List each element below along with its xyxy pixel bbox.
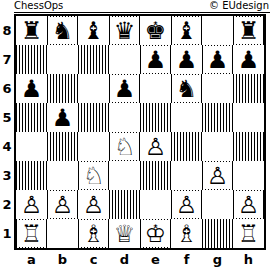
file-label-h: h [233, 250, 264, 268]
square-h8[interactable]: ♜ [233, 16, 264, 45]
file-label-d: d [109, 250, 140, 268]
square-f5[interactable] [171, 103, 202, 132]
square-d2[interactable] [109, 190, 140, 219]
file-label-f: f [171, 250, 202, 268]
rank-label-4: 4 [0, 132, 14, 161]
square-f8[interactable]: ♝ [171, 16, 202, 45]
piece-white-pawn[interactable]: ♙ [18, 191, 46, 218]
piece-white-pawn[interactable]: ♙ [235, 191, 263, 218]
square-g7[interactable]: ♟ [202, 45, 233, 74]
rank-label-3: 3 [0, 161, 14, 190]
square-e3[interactable] [140, 161, 171, 190]
square-b8[interactable]: ♞ [47, 16, 78, 45]
piece-white-pawn[interactable]: ♙ [142, 133, 170, 160]
file-label-b: b [47, 250, 78, 268]
square-b3[interactable] [47, 161, 78, 190]
square-f4[interactable] [171, 132, 202, 161]
square-e2[interactable] [140, 190, 171, 219]
square-a2[interactable]: ♙ [16, 190, 47, 219]
piece-white-knight[interactable]: ♘ [80, 162, 108, 189]
square-e4[interactable]: ♙ [140, 132, 171, 161]
square-b1[interactable] [47, 219, 78, 248]
square-c6[interactable] [78, 74, 109, 103]
square-f7[interactable]: ♟ [171, 45, 202, 74]
piece-white-bishop[interactable]: ♗ [80, 220, 108, 247]
piece-white-pawn[interactable]: ♙ [80, 191, 108, 218]
app-title: ChessOps [14, 0, 63, 11]
square-c4[interactable] [78, 132, 109, 161]
piece-black-pawn[interactable]: ♟ [49, 104, 77, 131]
piece-black-pawn[interactable]: ♟ [204, 46, 232, 73]
square-d5[interactable] [109, 103, 140, 132]
piece-black-pawn[interactable]: ♟ [235, 46, 263, 73]
square-b2[interactable]: ♙ [47, 190, 78, 219]
piece-white-pawn[interactable]: ♙ [173, 191, 201, 218]
square-h3[interactable] [233, 161, 264, 190]
piece-black-pawn[interactable]: ♟ [173, 46, 201, 73]
file-label-a: a [16, 250, 47, 268]
square-g8[interactable] [202, 16, 233, 45]
rank-label-7: 7 [0, 45, 14, 74]
square-b4[interactable] [47, 132, 78, 161]
rank-label-6: 6 [0, 74, 14, 103]
square-h4[interactable] [233, 132, 264, 161]
square-h5[interactable] [233, 103, 264, 132]
piece-black-pawn[interactable]: ♟ [111, 75, 139, 102]
piece-black-pawn[interactable]: ♟ [142, 46, 170, 73]
piece-black-rook[interactable]: ♜ [18, 17, 46, 44]
square-f3[interactable] [171, 161, 202, 190]
square-c3[interactable]: ♘ [78, 161, 109, 190]
square-h2[interactable]: ♙ [233, 190, 264, 219]
piece-black-rook[interactable]: ♜ [235, 17, 263, 44]
square-d3[interactable] [109, 161, 140, 190]
rank-label-8: 8 [0, 16, 14, 45]
square-g6[interactable] [202, 74, 233, 103]
piece-white-knight[interactable]: ♘ [111, 133, 139, 160]
square-e6[interactable] [140, 74, 171, 103]
title-bar: ChessOps © EUdesign [14, 0, 270, 13]
square-g1[interactable] [202, 219, 233, 248]
square-c7[interactable] [78, 45, 109, 74]
square-d4[interactable]: ♘ [109, 132, 140, 161]
rank-label-5: 5 [0, 103, 14, 132]
piece-white-rook[interactable]: ♖ [18, 220, 46, 247]
piece-white-pawn[interactable]: ♙ [49, 191, 77, 218]
square-b5[interactable]: ♟ [47, 103, 78, 132]
copyright-text: © EUdesign [209, 0, 270, 11]
piece-black-knight[interactable]: ♞ [173, 75, 201, 102]
piece-white-king[interactable]: ♔ [142, 220, 170, 247]
square-e8[interactable]: ♚ [140, 16, 171, 45]
square-g3[interactable]: ♙ [202, 161, 233, 190]
piece-black-queen[interactable]: ♛ [111, 17, 139, 44]
square-d8[interactable]: ♛ [109, 16, 140, 45]
piece-white-pawn[interactable]: ♙ [204, 162, 232, 189]
file-label-c: c [78, 250, 109, 268]
square-c2[interactable]: ♙ [78, 190, 109, 219]
rank-label-1: 1 [0, 219, 14, 248]
square-g2[interactable] [202, 190, 233, 219]
square-a4[interactable] [16, 132, 47, 161]
chess-board: ♜♞♝♛♚♝♜♟♟♟♟♟♟♞♟♘♙♘♙♙♙♙♙♙♖♗♕♔♗♖ [14, 14, 266, 250]
square-a6[interactable]: ♟ [16, 74, 47, 103]
square-d6[interactable]: ♟ [109, 74, 140, 103]
square-b6[interactable] [47, 74, 78, 103]
square-g5[interactable] [202, 103, 233, 132]
square-g4[interactable] [202, 132, 233, 161]
square-h7[interactable]: ♟ [233, 45, 264, 74]
file-labels: abcdefgh [16, 250, 264, 268]
square-d7[interactable] [109, 45, 140, 74]
piece-black-knight[interactable]: ♞ [49, 17, 77, 44]
rank-labels: 87654321 [0, 16, 14, 248]
piece-black-bishop[interactable]: ♝ [80, 17, 108, 44]
piece-black-pawn[interactable]: ♟ [18, 75, 46, 102]
square-a5[interactable] [16, 103, 47, 132]
square-f2[interactable]: ♙ [171, 190, 202, 219]
file-label-g: g [202, 250, 233, 268]
square-f6[interactable]: ♞ [171, 74, 202, 103]
square-b7[interactable] [47, 45, 78, 74]
piece-black-king[interactable]: ♚ [142, 17, 170, 44]
square-e7[interactable]: ♟ [140, 45, 171, 74]
file-label-e: e [140, 250, 171, 268]
square-e5[interactable] [140, 103, 171, 132]
square-a1[interactable]: ♖ [16, 219, 47, 248]
square-e1[interactable]: ♔ [140, 219, 171, 248]
square-h6[interactable] [233, 74, 264, 103]
square-a3[interactable] [16, 161, 47, 190]
square-c8[interactable]: ♝ [78, 16, 109, 45]
rank-label-2: 2 [0, 190, 14, 219]
square-f1[interactable]: ♗ [171, 219, 202, 248]
square-h1[interactable]: ♖ [233, 219, 264, 248]
square-a8[interactable]: ♜ [16, 16, 47, 45]
square-c1[interactable]: ♗ [78, 219, 109, 248]
piece-black-bishop[interactable]: ♝ [173, 17, 201, 44]
piece-white-queen[interactable]: ♕ [111, 220, 139, 247]
square-c5[interactable] [78, 103, 109, 132]
piece-white-rook[interactable]: ♖ [235, 220, 263, 247]
square-d1[interactable]: ♕ [109, 219, 140, 248]
piece-white-bishop[interactable]: ♗ [173, 220, 201, 247]
square-a7[interactable] [16, 45, 47, 74]
